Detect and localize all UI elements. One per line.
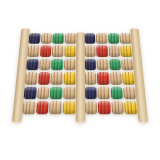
wood-roller: [85, 101, 98, 114]
red-roller: [40, 46, 52, 57]
wood-roller: [84, 46, 95, 57]
roller-rod-2: [27, 46, 132, 57]
wood-roller: [97, 59, 109, 71]
roller-rack: [12, 29, 148, 123]
green-roller: [108, 33, 120, 44]
wood-roller: [41, 33, 53, 44]
wood-roller: [51, 72, 63, 84]
yellow-roller: [124, 101, 137, 114]
navy-roller: [84, 59, 96, 71]
navy-roller: [84, 33, 95, 44]
rod-3-left-half: [26, 59, 75, 71]
rod-2-left-half: [27, 46, 75, 57]
rod-6-right-half: [85, 101, 138, 114]
wood-roller: [39, 59, 51, 71]
roller-rod-5: [24, 86, 137, 99]
yellow-roller: [64, 46, 75, 57]
wood-roller: [52, 46, 64, 57]
wood-roller: [65, 33, 76, 44]
navy-roller: [28, 33, 40, 44]
red-roller: [98, 101, 111, 114]
yellow-roller: [64, 72, 76, 84]
green-roller: [109, 59, 121, 71]
wood-roller: [121, 59, 133, 71]
rod-1-left-half: [28, 33, 75, 44]
wood-roller: [22, 101, 35, 114]
wood-roller: [111, 101, 124, 114]
navy-roller: [24, 86, 37, 99]
roller-rod-4: [25, 72, 135, 84]
red-roller: [97, 72, 109, 84]
wood-roller: [49, 101, 62, 114]
green-roller: [53, 33, 64, 44]
wood-roller: [98, 86, 110, 99]
green-roller: [110, 86, 123, 99]
wood-roller: [63, 86, 75, 99]
wood-roller: [108, 46, 120, 57]
yellow-roller: [121, 46, 133, 57]
roller-rows: [22, 33, 137, 114]
roller-rod-3: [26, 59, 134, 71]
wood-roller: [27, 46, 39, 57]
rod-2-right-half: [84, 46, 132, 57]
yellow-roller: [122, 72, 135, 84]
rod-4-left-half: [25, 72, 76, 84]
roller-rod-6: [22, 101, 137, 114]
rod-5-left-half: [24, 86, 76, 99]
yellow-roller: [63, 101, 76, 114]
wood-roller: [64, 59, 76, 71]
wood-roller: [85, 72, 97, 84]
wood-roller: [123, 86, 136, 99]
rod-4-right-half: [85, 72, 136, 84]
wood-roller: [37, 86, 50, 99]
navy-roller: [85, 86, 97, 99]
rod-5-right-half: [85, 86, 137, 99]
wood-roller: [120, 33, 132, 44]
green-roller: [50, 86, 62, 99]
wood-roller: [96, 33, 107, 44]
rod-3-right-half: [84, 59, 133, 71]
wood-roller: [110, 72, 122, 84]
red-roller: [96, 46, 108, 57]
navy-roller: [26, 59, 38, 71]
red-roller: [38, 72, 50, 84]
wood-roller: [25, 72, 38, 84]
green-roller: [51, 59, 63, 71]
rod-6-left-half: [22, 101, 75, 114]
rod-1-right-half: [84, 33, 131, 44]
product-photo: [0, 0, 160, 160]
roller-rod-1: [28, 33, 131, 44]
red-roller: [36, 101, 49, 114]
